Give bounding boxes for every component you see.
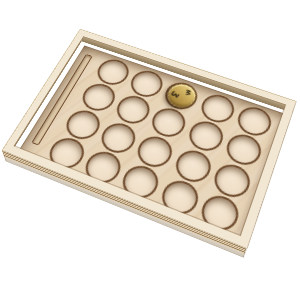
photo-scene: ʒʍ <box>0 0 300 300</box>
wooden-tray: ʒʍ <box>6 41 293 257</box>
